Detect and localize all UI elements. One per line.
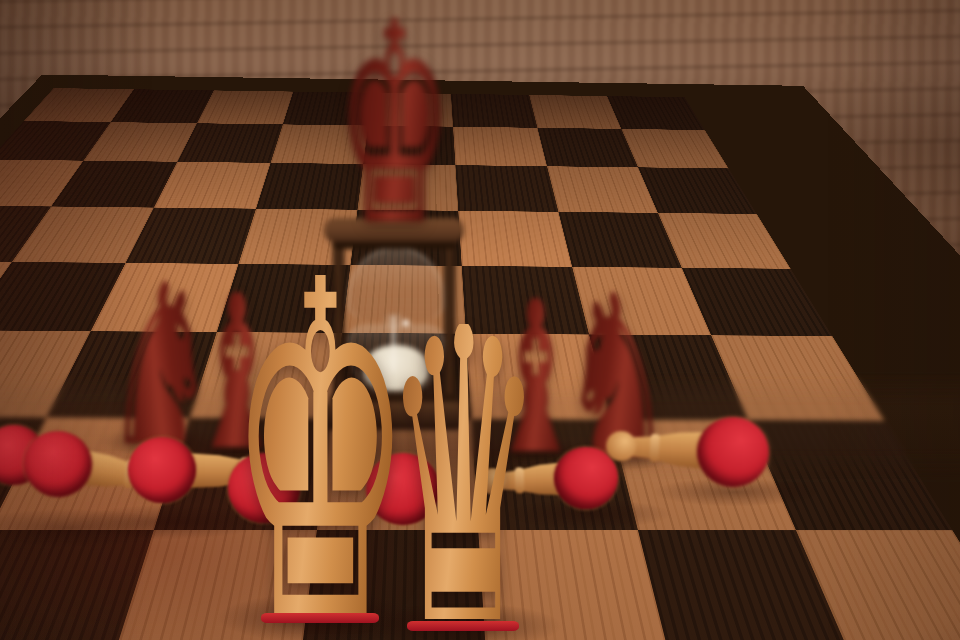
light-king: ♚	[244, 275, 396, 629]
light-king-felt-base	[261, 613, 379, 623]
light-queen-felt-base	[407, 621, 519, 631]
light-queen: ♛	[394, 324, 532, 632]
pieces-layer: ♚♞♝♝♞♚♛	[0, 0, 960, 640]
chess-photo-scene: ♚♞♝♝♞♚♛	[0, 0, 960, 640]
fallen-pawn-collar	[649, 433, 659, 462]
